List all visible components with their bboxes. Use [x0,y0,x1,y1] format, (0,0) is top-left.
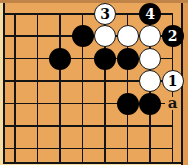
black-stone-move-2: 2 [162,25,184,47]
frame-right-strip [183,3,188,165]
black-stone [139,93,161,115]
grid-vline-col1 [14,13,16,164]
white-stone [94,25,116,47]
grid-vline-col3 [59,13,61,164]
black-stone [117,93,139,115]
white-stone-move-1: 1 [162,70,184,92]
frame-top-strip [0,0,188,3]
frame-left-line [3,3,5,165]
black-stone [117,48,139,70]
black-stone [72,25,94,47]
grid-vline-col2 [37,13,39,164]
grid-hline-row7 [3,148,173,150]
white-stone [139,70,161,92]
black-stone [94,48,116,70]
white-stone [139,48,161,70]
grid-hline-row6 [3,125,173,127]
frame-bottom-strip [3,164,181,165]
white-stone [139,25,161,47]
move-number-label: 2 [168,29,178,43]
white-stone-move-3: 3 [94,3,116,25]
black-stone [49,48,71,70]
go-board-diagram: 3421 a [0,0,188,165]
white-stone [117,25,139,47]
black-stone-move-4: 4 [139,3,161,25]
move-number-label: 1 [168,74,178,88]
point-label-a: a [165,96,180,111]
move-number-label: 4 [145,7,155,21]
move-number-label: 3 [100,7,110,21]
